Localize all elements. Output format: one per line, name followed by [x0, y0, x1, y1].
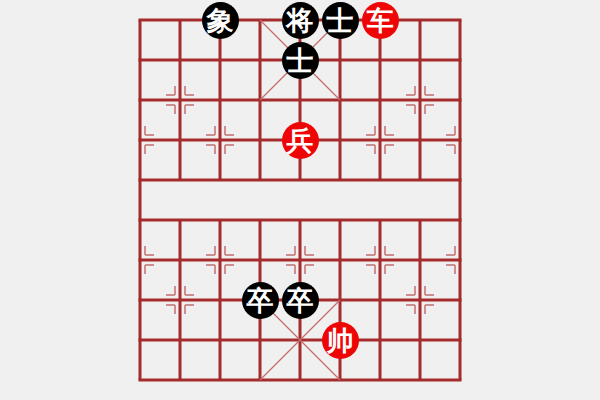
piece-red-chariot[interactable]: 车: [362, 2, 399, 39]
piece-black-elephant[interactable]: 象: [202, 2, 239, 39]
piece-black-general[interactable]: 将: [282, 2, 319, 39]
piece-red-soldier[interactable]: 兵: [282, 122, 319, 159]
piece-black-advisor-1[interactable]: 士: [322, 2, 359, 39]
piece-black-soldier-1[interactable]: 卒: [242, 282, 279, 319]
piece-black-advisor-2[interactable]: 士: [282, 42, 319, 79]
piece-red-general[interactable]: 帅: [322, 322, 359, 359]
xiangqi-board: 象将士车士兵卒卒帅: [120, 0, 480, 400]
xiangqi-diagram: 象将士车士兵卒卒帅: [0, 0, 600, 400]
piece-black-soldier-2[interactable]: 卒: [282, 282, 319, 319]
